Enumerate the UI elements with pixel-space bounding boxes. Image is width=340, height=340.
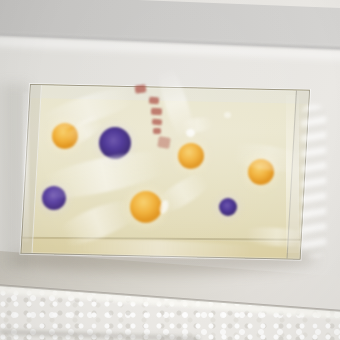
photo-light-vignette [0, 0, 340, 340]
photo-soap-in-styrofoam-box [0, 0, 340, 340]
